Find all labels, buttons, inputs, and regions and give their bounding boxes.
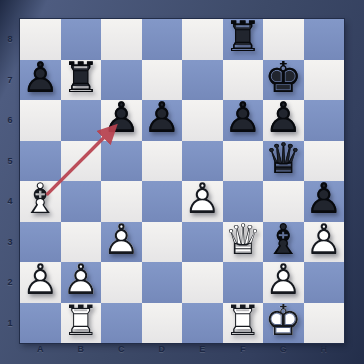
square-g6[interactable]: ♟︎♙︎ [263,100,304,141]
rank-label-5: 5 [2,156,18,166]
file-label-h: H [304,344,345,354]
rank-label-2: 2 [2,277,18,287]
square-b1[interactable]: ♜︎♖︎ [61,303,102,344]
black-pawn: ♟︎♙︎ [223,100,264,141]
file-label-g: G [263,344,304,354]
square-d8[interactable] [142,19,183,60]
file-label-f: F [223,344,264,354]
white-rook: ♜︎♖︎ [223,303,264,344]
black-pawn: ♟︎♙︎ [263,100,304,141]
square-d7[interactable] [142,60,183,101]
white-queen: ♛︎♕︎ [223,222,264,263]
square-f8[interactable]: ♜︎♖︎ [223,19,264,60]
board-frame: ♜︎♖︎♟︎♙︎♜︎♖︎♚︎♔︎♟︎♙︎♟︎♙︎♟︎♙︎♟︎♙︎♛︎♕︎♝︎♗︎… [0,0,364,364]
square-a4[interactable]: ♝︎♗︎ [20,181,61,222]
file-label-c: C [101,344,142,354]
square-f1[interactable]: ♜︎♖︎ [223,303,264,344]
square-c1[interactable] [101,303,142,344]
square-b2[interactable]: ♟︎♙︎ [61,262,102,303]
rank-label-1: 1 [2,318,18,328]
square-c8[interactable] [101,19,142,60]
black-pawn: ♟︎♙︎ [304,181,345,222]
square-h7[interactable] [304,60,345,101]
file-label-e: E [182,344,223,354]
square-g8[interactable] [263,19,304,60]
rank-label-7: 7 [2,75,18,85]
black-rook: ♜︎♖︎ [223,19,264,60]
square-b6[interactable] [61,100,102,141]
white-pawn: ♟︎♙︎ [182,181,223,222]
square-h3[interactable]: ♟︎♙︎ [304,222,345,263]
file-label-a: A [20,344,61,354]
square-g4[interactable] [263,181,304,222]
square-a3[interactable] [20,222,61,263]
black-pawn: ♟︎♙︎ [20,60,61,101]
square-f3[interactable]: ♛︎♕︎ [223,222,264,263]
black-rook: ♜︎♖︎ [61,60,102,101]
square-b4[interactable] [61,181,102,222]
square-d3[interactable] [142,222,183,263]
square-h4[interactable]: ♟︎♙︎ [304,181,345,222]
white-bishop: ♝︎♗︎ [20,181,61,222]
square-g3[interactable]: ♝︎♗︎ [263,222,304,263]
square-h1[interactable] [304,303,345,344]
square-d2[interactable] [142,262,183,303]
square-c7[interactable] [101,60,142,101]
square-g2[interactable]: ♟︎♙︎ [263,262,304,303]
black-pawn: ♟︎♙︎ [142,100,183,141]
square-g1[interactable]: ♚︎♔︎ [263,303,304,344]
square-f6[interactable]: ♟︎♙︎ [223,100,264,141]
square-h5[interactable] [304,141,345,182]
square-e8[interactable] [182,19,223,60]
square-h8[interactable] [304,19,345,60]
square-f4[interactable] [223,181,264,222]
square-b3[interactable] [61,222,102,263]
white-pawn: ♟︎♙︎ [20,262,61,303]
white-rook: ♜︎♖︎ [61,303,102,344]
square-e5[interactable] [182,141,223,182]
rank-label-4: 4 [2,196,18,206]
square-a5[interactable] [20,141,61,182]
chess-board: ♜︎♖︎♟︎♙︎♜︎♖︎♚︎♔︎♟︎♙︎♟︎♙︎♟︎♙︎♟︎♙︎♛︎♕︎♝︎♗︎… [20,19,344,343]
white-pawn: ♟︎♙︎ [61,262,102,303]
file-label-d: D [142,344,183,354]
white-pawn: ♟︎♙︎ [101,222,142,263]
square-a8[interactable] [20,19,61,60]
square-d5[interactable] [142,141,183,182]
square-g5[interactable]: ♛︎♕︎ [263,141,304,182]
white-king: ♚︎♔︎ [263,303,304,344]
square-h6[interactable] [304,100,345,141]
square-b8[interactable] [61,19,102,60]
square-f2[interactable] [223,262,264,303]
square-e1[interactable] [182,303,223,344]
square-d4[interactable] [142,181,183,222]
square-c2[interactable] [101,262,142,303]
square-a1[interactable] [20,303,61,344]
square-e3[interactable] [182,222,223,263]
square-d1[interactable] [142,303,183,344]
file-label-b: B [61,344,102,354]
square-e6[interactable] [182,100,223,141]
square-a7[interactable]: ♟︎♙︎ [20,60,61,101]
square-a2[interactable]: ♟︎♙︎ [20,262,61,303]
square-c6[interactable]: ♟︎♙︎ [101,100,142,141]
square-h2[interactable] [304,262,345,303]
black-bishop: ♝︎♗︎ [263,222,304,263]
square-b5[interactable] [61,141,102,182]
rank-label-6: 6 [2,115,18,125]
black-king: ♚︎♔︎ [263,60,304,101]
square-c3[interactable]: ♟︎♙︎ [101,222,142,263]
black-pawn: ♟︎♙︎ [101,100,142,141]
square-g7[interactable]: ♚︎♔︎ [263,60,304,101]
white-pawn: ♟︎♙︎ [263,262,304,303]
rank-label-3: 3 [2,237,18,247]
square-e2[interactable] [182,262,223,303]
black-queen: ♛︎♕︎ [263,141,304,182]
square-d6[interactable]: ♟︎♙︎ [142,100,183,141]
square-a6[interactable] [20,100,61,141]
white-pawn: ♟︎♙︎ [304,222,345,263]
square-e7[interactable] [182,60,223,101]
square-c4[interactable] [101,181,142,222]
square-f5[interactable] [223,141,264,182]
square-e4[interactable]: ♟︎♙︎ [182,181,223,222]
square-f7[interactable] [223,60,264,101]
square-b7[interactable]: ♜︎♖︎ [61,60,102,101]
rank-label-8: 8 [2,34,18,44]
square-c5[interactable] [101,141,142,182]
